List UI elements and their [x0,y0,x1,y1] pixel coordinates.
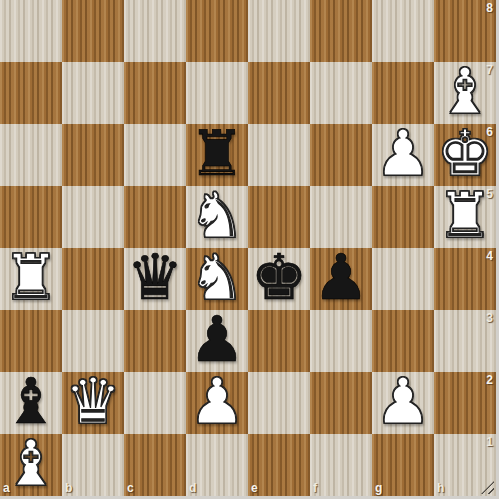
file-label-h: h [437,482,444,494]
piece-white-pawn-g6[interactable]: ♟ [372,124,434,186]
piece-black-pawn-d3[interactable]: ♟ [186,310,248,372]
square-a2[interactable]: ♝ [0,372,62,434]
square-f2[interactable] [310,372,372,434]
piece-white-pawn-d2[interactable]: ♟ [186,372,248,434]
piece-black-queen-c4[interactable]: ♛ [124,248,186,310]
file-label-f: f [313,482,317,494]
piece-white-queen-b2[interactable]: ♛ [62,372,124,434]
square-c1[interactable]: c [124,434,186,496]
square-d2[interactable]: ♟ [186,372,248,434]
piece-white-bishop-h7[interactable]: ♝ [434,62,496,124]
square-f6[interactable] [310,124,372,186]
square-a5[interactable] [0,186,62,248]
piece-white-king-h6[interactable]: ♚ [434,124,496,186]
square-g8[interactable] [372,0,434,62]
square-e5[interactable] [248,186,310,248]
square-g7[interactable] [372,62,434,124]
square-a8[interactable] [0,0,62,62]
square-d4[interactable]: ♞ [186,248,248,310]
square-h8[interactable]: 8 [434,0,496,62]
square-g2[interactable]: ♟ [372,372,434,434]
square-e7[interactable] [248,62,310,124]
square-h6[interactable]: 6♚ [434,124,496,186]
square-g4[interactable] [372,248,434,310]
square-f8[interactable] [310,0,372,62]
square-g3[interactable] [372,310,434,372]
file-label-b: b [65,482,72,494]
square-e2[interactable] [248,372,310,434]
square-b4[interactable] [62,248,124,310]
square-b2[interactable]: ♛ [62,372,124,434]
square-h3[interactable]: 3 [434,310,496,372]
square-d7[interactable] [186,62,248,124]
piece-white-rook-a4[interactable]: ♜ [0,248,62,310]
square-f1[interactable]: f [310,434,372,496]
square-b7[interactable] [62,62,124,124]
square-d8[interactable] [186,0,248,62]
square-g6[interactable]: ♟ [372,124,434,186]
square-e8[interactable] [248,0,310,62]
square-e6[interactable] [248,124,310,186]
square-b3[interactable] [62,310,124,372]
square-f5[interactable] [310,186,372,248]
square-d6[interactable]: ♜ [186,124,248,186]
piece-black-rook-d6[interactable]: ♜ [186,124,248,186]
square-c2[interactable] [124,372,186,434]
square-d3[interactable]: ♟ [186,310,248,372]
file-label-c: c [127,482,134,494]
square-e4[interactable]: ♚ [248,248,310,310]
piece-black-king-e4[interactable]: ♚ [248,248,310,310]
square-g5[interactable] [372,186,434,248]
rank-label-1: 1 [486,436,493,448]
square-c4[interactable]: ♛ [124,248,186,310]
square-h4[interactable]: 4 [434,248,496,310]
square-f3[interactable] [310,310,372,372]
square-b6[interactable] [62,124,124,186]
square-a6[interactable] [0,124,62,186]
square-e1[interactable]: e [248,434,310,496]
board-resize-handle-icon[interactable] [481,481,494,494]
rank-label-8: 8 [486,2,493,14]
piece-white-knight-d4[interactable]: ♞ [186,248,248,310]
file-label-d: d [189,482,196,494]
square-h1[interactable]: 1h [434,434,496,496]
square-c3[interactable] [124,310,186,372]
square-c8[interactable] [124,0,186,62]
square-g1[interactable]: g [372,434,434,496]
square-b5[interactable] [62,186,124,248]
square-h2[interactable]: 2 [434,372,496,434]
rank-label-3: 3 [486,312,493,324]
square-a7[interactable] [0,62,62,124]
square-f4[interactable]: ♟ [310,248,372,310]
rank-label-2: 2 [486,374,493,386]
square-h7[interactable]: 7♝ [434,62,496,124]
piece-white-knight-d5[interactable]: ♞ [186,186,248,248]
square-e3[interactable] [248,310,310,372]
square-c6[interactable] [124,124,186,186]
square-c5[interactable] [124,186,186,248]
square-d5[interactable]: ♞ [186,186,248,248]
chess-board-frame: 87♝♜♟6♚♞5♜♜♛♞♚♟4♟3♝♛♟♟2a♝bcdefg1h [0,0,499,499]
square-f7[interactable] [310,62,372,124]
piece-white-rook-h5[interactable]: ♜ [434,186,496,248]
file-label-g: g [375,482,382,494]
square-a1[interactable]: a♝ [0,434,62,496]
square-a4[interactable]: ♜ [0,248,62,310]
square-c7[interactable] [124,62,186,124]
file-label-e: e [251,482,258,494]
square-b1[interactable]: b [62,434,124,496]
piece-black-pawn-f4[interactable]: ♟ [310,248,372,310]
square-d1[interactable]: d [186,434,248,496]
piece-white-pawn-g2[interactable]: ♟ [372,372,434,434]
square-h5[interactable]: 5♜ [434,186,496,248]
piece-black-bishop-a2[interactable]: ♝ [0,372,62,434]
square-b8[interactable] [62,0,124,62]
piece-white-bishop-a1[interactable]: ♝ [0,434,62,496]
chess-board[interactable]: 87♝♜♟6♚♞5♜♜♛♞♚♟4♟3♝♛♟♟2a♝bcdefg1h [0,0,496,496]
square-a3[interactable] [0,310,62,372]
